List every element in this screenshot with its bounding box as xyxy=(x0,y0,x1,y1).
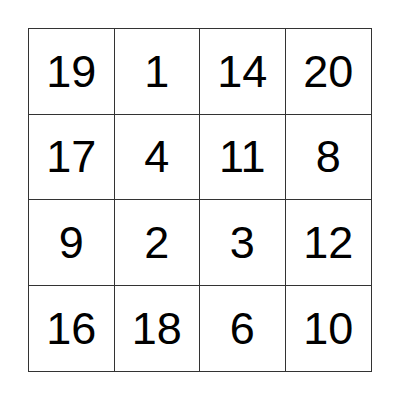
grid-cell[interactable]: 1 xyxy=(115,29,201,115)
grid-cell[interactable]: 4 xyxy=(115,115,201,201)
grid-cell[interactable]: 18 xyxy=(115,286,201,372)
grid-cell[interactable]: 2 xyxy=(115,200,201,286)
grid-cell[interactable]: 14 xyxy=(200,29,286,115)
grid-cell[interactable]: 12 xyxy=(286,200,372,286)
grid-cell[interactable]: 17 xyxy=(29,115,115,201)
grid-cell[interactable]: 19 xyxy=(29,29,115,115)
grid-cell[interactable]: 16 xyxy=(29,286,115,372)
grid-cell[interactable]: 6 xyxy=(200,286,286,372)
grid-cell[interactable]: 11 xyxy=(200,115,286,201)
grid-cell[interactable]: 20 xyxy=(286,29,372,115)
grid-cell[interactable]: 3 xyxy=(200,200,286,286)
grid-cell[interactable]: 9 xyxy=(29,200,115,286)
grid-cell[interactable]: 10 xyxy=(286,286,372,372)
number-grid-board: 19 1 14 20 17 4 11 8 9 2 3 12 16 18 6 10 xyxy=(28,28,372,372)
grid-cell[interactable]: 8 xyxy=(286,115,372,201)
